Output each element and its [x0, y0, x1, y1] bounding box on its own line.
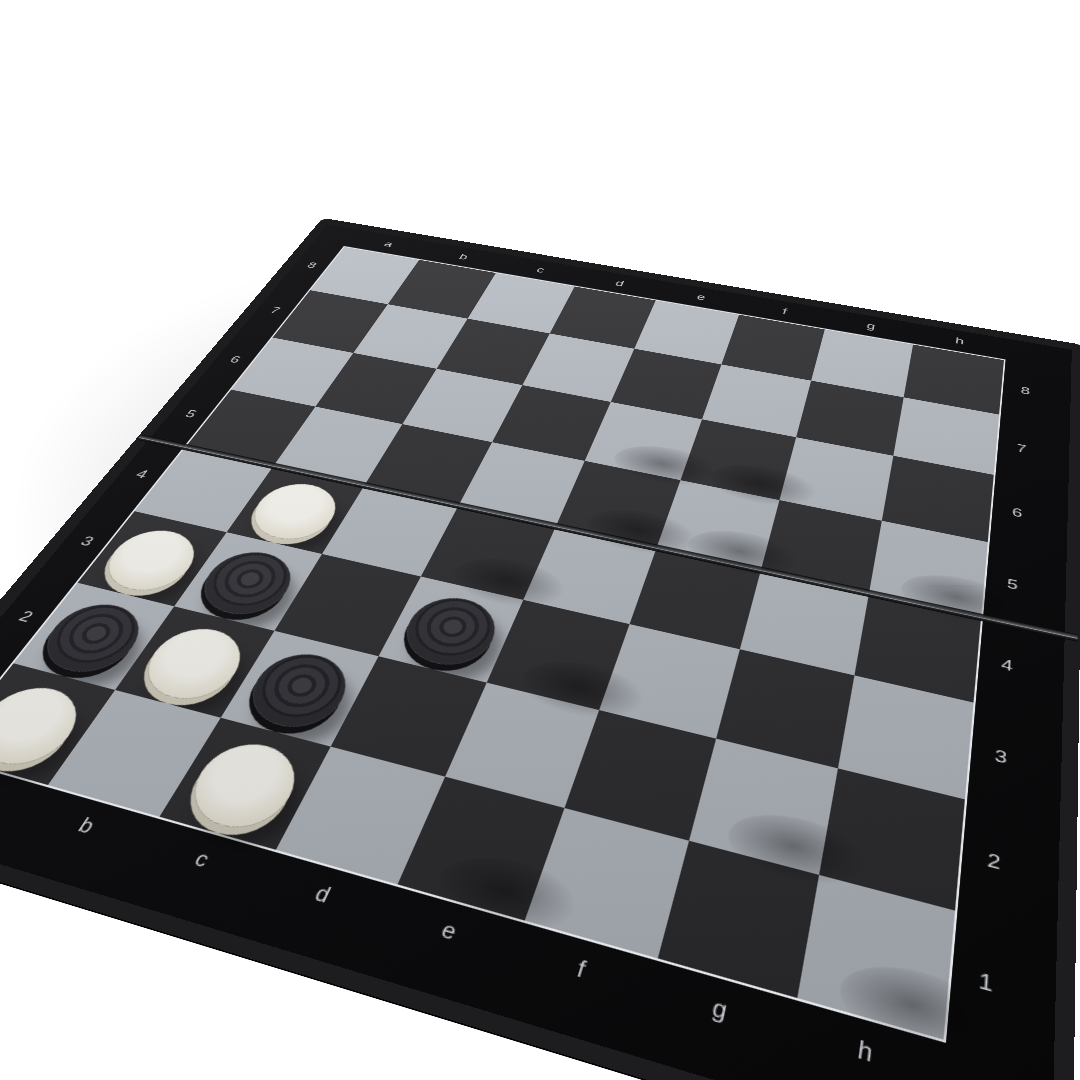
- white-rook-icon: ♜: [737, 694, 1011, 1000]
- black-queen-icon: ♛: [625, 353, 803, 552]
- scene: abcdefghabcdefgh8765432187654321 ♝♝♟♛♟♚♟…: [0, 0, 1080, 1080]
- white-pawn-icon: ♟: [857, 442, 997, 598]
- white-pawn-icon: ♟: [387, 696, 558, 887]
- white-pawn-icon: ♟: [477, 520, 626, 687]
